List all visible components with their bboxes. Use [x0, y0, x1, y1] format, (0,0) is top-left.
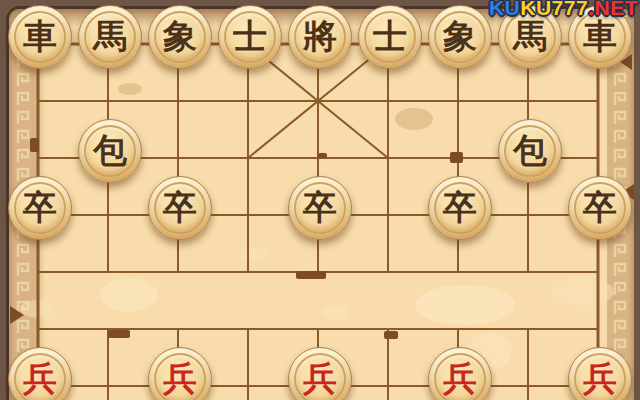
watermark-segment: .NET — [588, 0, 638, 19]
piece-face: 兵 — [294, 353, 346, 400]
piece-character: 象 — [443, 19, 477, 53]
piece-black-elephant[interactable]: 象 — [148, 5, 212, 69]
xiangqi-game-screen: 車馬象士將士象馬車包包卒卒卒卒卒兵兵兵兵兵 KUKU777.NET — [0, 0, 640, 400]
piece-face: 包 — [84, 125, 136, 177]
piece-black-cannon[interactable]: 包 — [498, 119, 562, 183]
piece-black-soldier[interactable]: 卒 — [288, 176, 352, 240]
piece-face: 卒 — [154, 182, 206, 234]
piece-black-soldier[interactable]: 卒 — [148, 176, 212, 240]
piece-face: 卒 — [294, 182, 346, 234]
piece-face: 卒 — [14, 182, 66, 234]
piece-face: 象 — [154, 11, 206, 63]
piece-character: 卒 — [583, 190, 617, 224]
piece-black-general[interactable]: 將 — [288, 5, 352, 69]
piece-face: 士 — [364, 11, 416, 63]
worn-notch — [10, 306, 24, 324]
piece-black-advisor[interactable]: 士 — [218, 5, 282, 69]
piece-character: 兵 — [583, 361, 617, 395]
piece-face: 兵 — [434, 353, 486, 400]
piece-face: 將 — [294, 11, 346, 63]
piece-black-soldier[interactable]: 卒 — [568, 176, 632, 240]
piece-black-soldier[interactable]: 卒 — [428, 176, 492, 240]
watermark-segment: KU777 — [520, 0, 588, 19]
piece-character: 包 — [513, 133, 547, 167]
piece-character: 士 — [373, 19, 407, 53]
worn-chip — [108, 330, 130, 338]
piece-face: 包 — [504, 125, 556, 177]
piece-black-chariot[interactable]: 車 — [8, 5, 72, 69]
worn-chip — [450, 152, 463, 163]
piece-face: 兵 — [14, 353, 66, 400]
piece-face: 車 — [14, 11, 66, 63]
piece-face: 卒 — [574, 182, 626, 234]
piece-black-horse[interactable]: 馬 — [78, 5, 142, 69]
piece-black-soldier[interactable]: 卒 — [8, 176, 72, 240]
piece-character: 卒 — [163, 190, 197, 224]
site-watermark: KUKU777.NET — [489, 0, 638, 20]
piece-character: 兵 — [163, 361, 197, 395]
watermark-segment: KU — [489, 0, 520, 19]
worn-chip — [384, 331, 398, 339]
piece-black-advisor[interactable]: 士 — [358, 5, 422, 69]
piece-character: 車 — [583, 19, 617, 53]
piece-character: 士 — [233, 19, 267, 53]
piece-face: 兵 — [574, 353, 626, 400]
piece-character: 卒 — [303, 190, 337, 224]
piece-face: 士 — [224, 11, 276, 63]
piece-character: 象 — [163, 19, 197, 53]
piece-character: 卒 — [443, 190, 477, 224]
worn-chip — [30, 138, 39, 152]
piece-black-cannon[interactable]: 包 — [78, 119, 142, 183]
piece-character: 兵 — [23, 361, 57, 395]
piece-character: 車 — [23, 19, 57, 53]
piece-face: 象 — [434, 11, 486, 63]
piece-character: 兵 — [303, 361, 337, 395]
piece-face: 兵 — [154, 353, 206, 400]
piece-face: 馬 — [84, 11, 136, 63]
piece-character: 兵 — [443, 361, 477, 395]
piece-character: 馬 — [93, 19, 127, 53]
piece-character: 將 — [303, 19, 337, 53]
worn-chip — [296, 271, 326, 279]
piece-face: 卒 — [434, 182, 486, 234]
piece-character: 包 — [93, 133, 127, 167]
piece-character: 卒 — [23, 190, 57, 224]
piece-character: 馬 — [513, 19, 547, 53]
piece-black-elephant[interactable]: 象 — [428, 5, 492, 69]
worn-chip — [318, 153, 327, 158]
